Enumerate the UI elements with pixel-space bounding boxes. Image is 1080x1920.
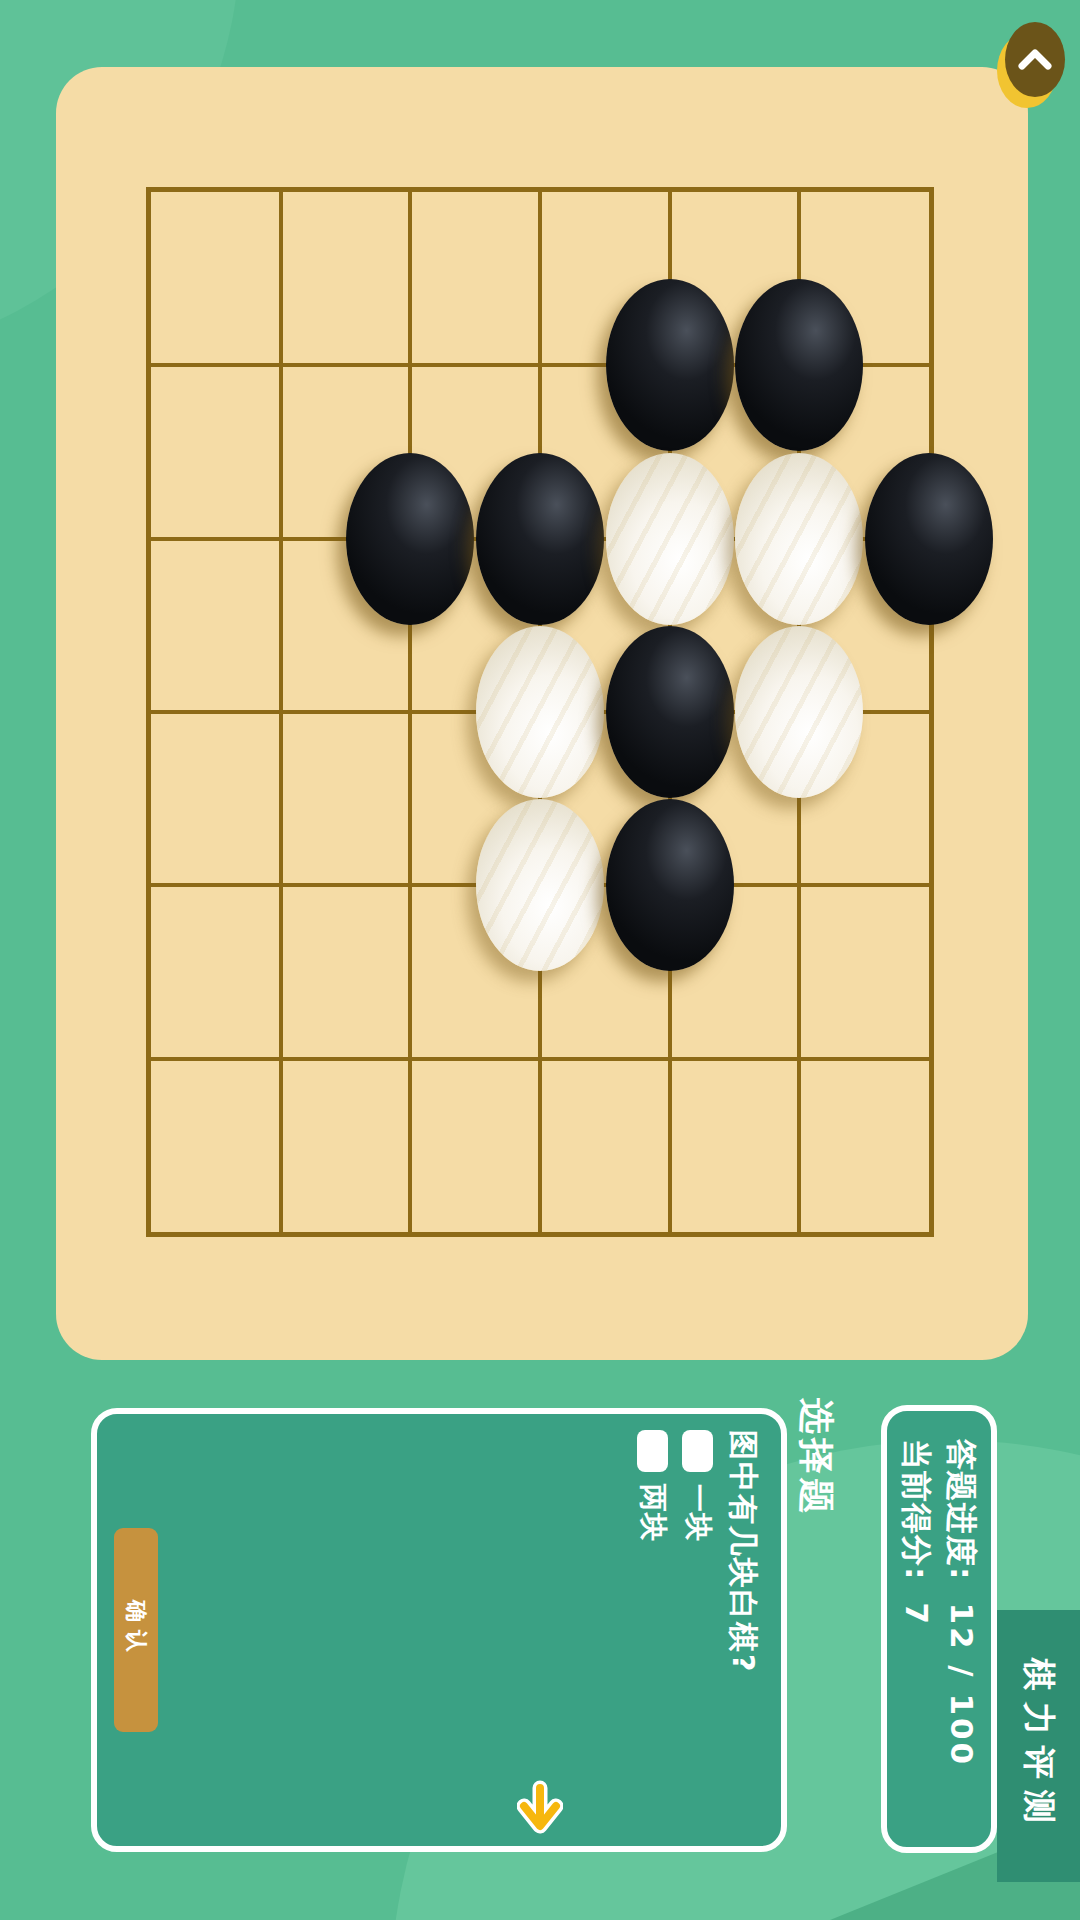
option-checkbox-one-block[interactable] xyxy=(683,1430,714,1472)
side-tab-wrap: 棋力评测 xyxy=(997,1610,1080,1882)
grid-line-horizontal xyxy=(151,1057,929,1061)
black-stone xyxy=(606,799,734,971)
black-stone xyxy=(476,453,604,625)
black-stone xyxy=(735,279,863,451)
arrow-next-icon xyxy=(517,1780,563,1846)
white-stone xyxy=(476,799,604,971)
white-stone xyxy=(476,626,604,798)
status-panel: 答题进度:12 / 100 当前得分:7 xyxy=(881,1405,997,1853)
white-stone xyxy=(735,626,863,798)
score-value: 7 xyxy=(899,1602,935,1627)
status-panel-wrap: 答题进度:12 / 100 当前得分:7 xyxy=(881,1405,997,1853)
white-stone xyxy=(735,453,863,625)
progress-value: 12 / 100 xyxy=(944,1602,980,1767)
black-stone xyxy=(865,453,993,625)
collapse-button[interactable] xyxy=(995,20,1070,115)
quiz-title-wrap: 选择题 xyxy=(795,1398,837,1530)
board-panel xyxy=(56,67,1028,1360)
progress-line: 答题进度:12 / 100 xyxy=(939,1439,984,1847)
option-label: 两块 xyxy=(634,1484,672,1542)
confirm-button[interactable]: 确认 xyxy=(114,1528,158,1732)
black-stone xyxy=(606,279,734,451)
question-panel: 图中有几块白棋? 一块 两块 确认 xyxy=(91,1408,787,1852)
black-stone xyxy=(346,453,474,625)
side-tab[interactable]: 棋力评测 xyxy=(997,1610,1080,1882)
white-stone xyxy=(606,453,734,625)
option-row-one-block[interactable]: 一块 xyxy=(682,1430,714,1828)
question-text: 图中有几块白棋? xyxy=(727,1430,759,1828)
option-row-two-blocks[interactable]: 两块 xyxy=(637,1430,669,1828)
progress-label: 答题进度: xyxy=(944,1439,980,1580)
score-line: 当前得分:7 xyxy=(894,1439,939,1847)
question-panel-wrap: 图中有几块白棋? 一块 两块 确认 xyxy=(91,1408,787,1852)
go-board xyxy=(146,187,934,1237)
option-checkbox-two-blocks[interactable] xyxy=(638,1430,669,1472)
quiz-title: 选择题 xyxy=(795,1398,837,1530)
chevron-up-icon xyxy=(1015,46,1055,72)
black-stone xyxy=(606,626,734,798)
option-label: 一块 xyxy=(679,1484,717,1542)
score-label: 当前得分: xyxy=(899,1439,935,1580)
